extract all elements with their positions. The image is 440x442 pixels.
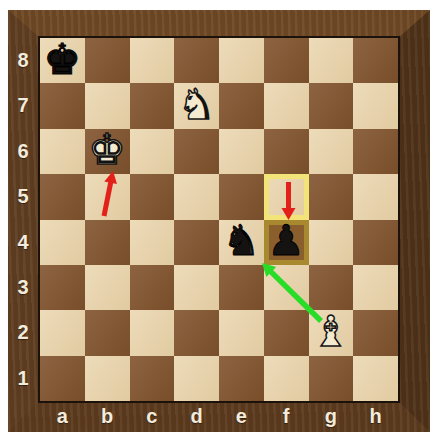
square-b5[interactable] bbox=[85, 174, 130, 219]
square-d6[interactable] bbox=[174, 129, 219, 174]
square-b4[interactable] bbox=[85, 220, 130, 265]
white-bishop[interactable]: ♝ bbox=[312, 311, 350, 353]
square-h7[interactable] bbox=[353, 83, 398, 128]
file-label-c: c bbox=[130, 403, 175, 431]
rank-label-2: 2 bbox=[12, 310, 34, 355]
square-f1[interactable] bbox=[264, 356, 309, 401]
rank-label-8: 8 bbox=[12, 38, 34, 83]
rank-label-5: 5 bbox=[12, 174, 34, 219]
square-b8[interactable] bbox=[85, 38, 130, 83]
square-d7[interactable]: ♞ bbox=[174, 83, 219, 128]
square-g4[interactable] bbox=[309, 220, 354, 265]
square-a1[interactable] bbox=[40, 356, 85, 401]
square-a4[interactable] bbox=[40, 220, 85, 265]
white-knight[interactable]: ♞ bbox=[178, 84, 216, 126]
square-g2[interactable]: ♝ bbox=[309, 310, 354, 355]
square-g6[interactable] bbox=[309, 129, 354, 174]
square-g1[interactable] bbox=[309, 356, 354, 401]
file-label-a: a bbox=[40, 403, 85, 431]
square-a8[interactable]: ♚ bbox=[40, 38, 85, 83]
file-label-f: f bbox=[264, 403, 309, 431]
square-c4[interactable] bbox=[130, 220, 175, 265]
square-b2[interactable] bbox=[85, 310, 130, 355]
rank-label-1: 1 bbox=[12, 356, 34, 401]
square-a3[interactable] bbox=[40, 265, 85, 310]
black-king[interactable]: ♚ bbox=[44, 39, 82, 81]
square-a2[interactable] bbox=[40, 310, 85, 355]
square-c3[interactable] bbox=[130, 265, 175, 310]
square-b3[interactable] bbox=[85, 265, 130, 310]
rank-label-7: 7 bbox=[12, 83, 34, 128]
square-c2[interactable] bbox=[130, 310, 175, 355]
file-label-g: g bbox=[309, 403, 354, 431]
square-g3[interactable] bbox=[309, 265, 354, 310]
square-g5[interactable] bbox=[309, 174, 354, 219]
square-h1[interactable] bbox=[353, 356, 398, 401]
square-f5[interactable] bbox=[264, 174, 309, 219]
square-f4[interactable]: ♟ bbox=[264, 220, 309, 265]
square-c6[interactable] bbox=[130, 129, 175, 174]
square-d2[interactable] bbox=[174, 310, 219, 355]
square-h8[interactable] bbox=[353, 38, 398, 83]
square-h3[interactable] bbox=[353, 265, 398, 310]
square-a6[interactable] bbox=[40, 129, 85, 174]
square-g7[interactable] bbox=[309, 83, 354, 128]
square-c5[interactable] bbox=[130, 174, 175, 219]
square-e5[interactable] bbox=[219, 174, 264, 219]
square-a7[interactable] bbox=[40, 83, 85, 128]
rank-label-4: 4 bbox=[12, 220, 34, 265]
square-a5[interactable] bbox=[40, 174, 85, 219]
square-d3[interactable] bbox=[174, 265, 219, 310]
square-e4[interactable]: ♞ bbox=[219, 220, 264, 265]
file-label-d: d bbox=[174, 403, 219, 431]
square-c7[interactable] bbox=[130, 83, 175, 128]
square-b6[interactable]: ♚ bbox=[85, 129, 130, 174]
square-e1[interactable] bbox=[219, 356, 264, 401]
file-label-e: e bbox=[219, 403, 264, 431]
square-e6[interactable] bbox=[219, 129, 264, 174]
square-h5[interactable] bbox=[353, 174, 398, 219]
square-f8[interactable] bbox=[264, 38, 309, 83]
square-c1[interactable] bbox=[130, 356, 175, 401]
chess-board[interactable]: ♚♞♚♞♟♝87654321abcdefgh bbox=[40, 38, 398, 401]
square-b1[interactable] bbox=[85, 356, 130, 401]
square-h6[interactable] bbox=[353, 129, 398, 174]
square-e8[interactable] bbox=[219, 38, 264, 83]
black-pawn[interactable]: ♟ bbox=[267, 220, 305, 262]
square-e3[interactable] bbox=[219, 265, 264, 310]
square-f3[interactable] bbox=[264, 265, 309, 310]
square-h2[interactable] bbox=[353, 310, 398, 355]
square-b7[interactable] bbox=[85, 83, 130, 128]
black-knight[interactable]: ♞ bbox=[223, 220, 261, 262]
square-g8[interactable] bbox=[309, 38, 354, 83]
square-e7[interactable] bbox=[219, 83, 264, 128]
square-f6[interactable] bbox=[264, 129, 309, 174]
square-e2[interactable] bbox=[219, 310, 264, 355]
square-d5[interactable] bbox=[174, 174, 219, 219]
square-d4[interactable] bbox=[174, 220, 219, 265]
square-d8[interactable] bbox=[174, 38, 219, 83]
square-f7[interactable] bbox=[264, 83, 309, 128]
file-label-b: b bbox=[85, 403, 130, 431]
rank-label-6: 6 bbox=[12, 129, 34, 174]
square-c8[interactable] bbox=[130, 38, 175, 83]
white-king[interactable]: ♚ bbox=[88, 129, 126, 171]
file-label-h: h bbox=[353, 403, 398, 431]
square-h4[interactable] bbox=[353, 220, 398, 265]
rank-label-3: 3 bbox=[12, 265, 34, 310]
square-d1[interactable] bbox=[174, 356, 219, 401]
square-f2[interactable] bbox=[264, 310, 309, 355]
